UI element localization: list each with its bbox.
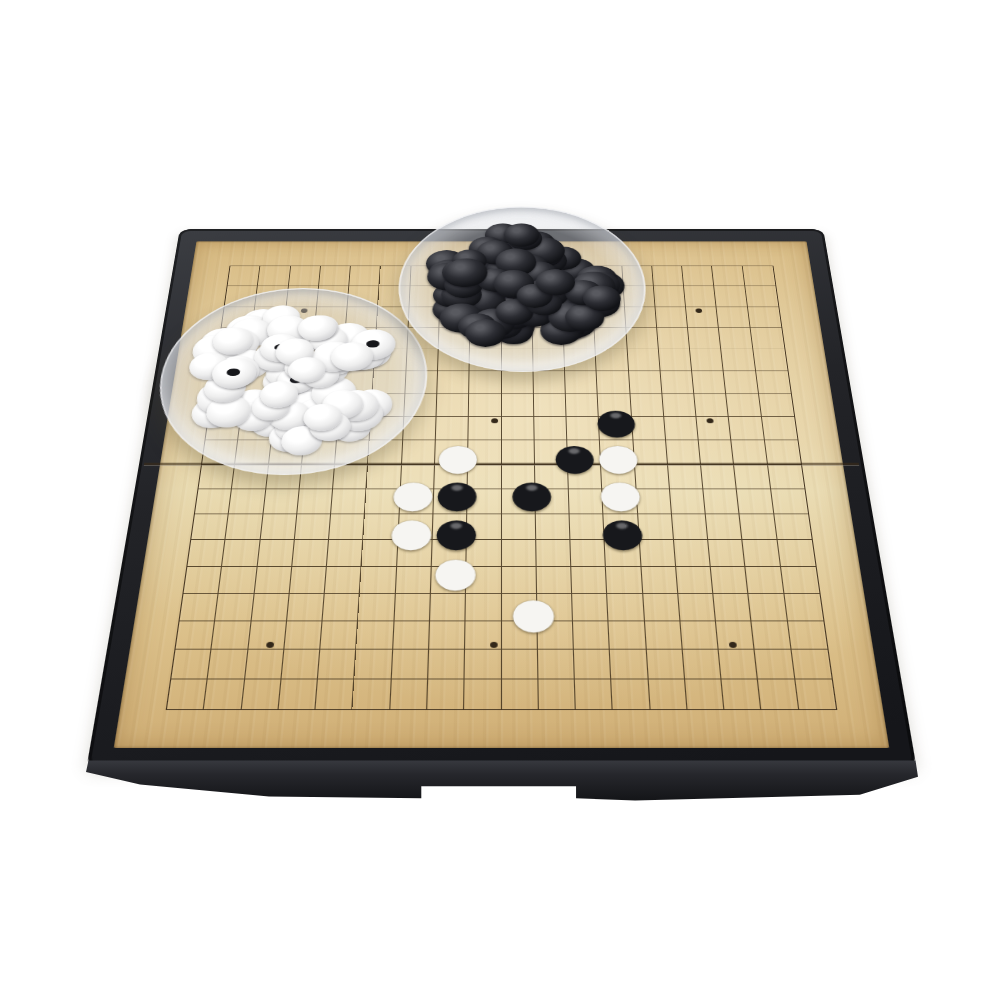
white-stone: ● bbox=[436, 439, 480, 475]
base-front-edge-with-notch bbox=[86, 756, 918, 802]
hoshi-dot bbox=[684, 303, 713, 319]
black-bowl-stone bbox=[465, 319, 506, 347]
white-stone-glyph: ● bbox=[390, 475, 436, 513]
black-stone-glyph: ● bbox=[433, 513, 479, 552]
hoshi-dot bbox=[694, 404, 727, 439]
hoshi-dot bbox=[716, 634, 751, 656]
white-stone-glyph: ● bbox=[510, 592, 557, 634]
black-stone: ● bbox=[599, 513, 646, 552]
black-bowl-stones bbox=[421, 222, 624, 353]
white-bowl-stones bbox=[176, 305, 404, 454]
white-stone-glyph: ● bbox=[595, 439, 641, 475]
black-stone: ● bbox=[509, 475, 554, 513]
black-bowl-stone bbox=[582, 285, 621, 310]
black-bowl-stone bbox=[535, 269, 575, 295]
white-stone-glyph: ● bbox=[432, 552, 479, 592]
black-stone-glyph: ● bbox=[509, 475, 554, 513]
go-board: ●●●●●●●●●●●●● bbox=[86, 229, 916, 768]
white-stone-glyph: ● bbox=[436, 439, 480, 475]
hoshi-dot bbox=[480, 404, 509, 439]
white-stone: ● bbox=[390, 475, 436, 513]
black-stone: ● bbox=[594, 404, 639, 439]
black-stone: ● bbox=[552, 439, 597, 475]
black-stone: ● bbox=[433, 513, 479, 552]
magnet-dot bbox=[226, 369, 240, 376]
white-stone-glyph: ● bbox=[597, 475, 643, 513]
white-stone: ● bbox=[510, 592, 557, 634]
black-stone-glyph: ● bbox=[552, 439, 597, 475]
black-stone-glyph: ● bbox=[599, 513, 646, 552]
white-stone: ● bbox=[432, 552, 479, 592]
product-photo-go-set: ●●●●●●●●●●●●● bbox=[0, 0, 1000, 1000]
black-stone: ● bbox=[435, 475, 480, 513]
black-bowl-stone bbox=[504, 223, 540, 246]
black-stone-glyph: ● bbox=[435, 475, 480, 513]
hoshi-dot bbox=[253, 634, 288, 656]
white-stone: ● bbox=[597, 475, 643, 513]
white-stone: ● bbox=[388, 513, 435, 552]
black-stone-glyph: ● bbox=[594, 404, 639, 439]
black-bowl-stone bbox=[444, 258, 487, 286]
white-stone-glyph: ● bbox=[388, 513, 435, 552]
hoshi-dot bbox=[478, 634, 510, 656]
white-stone: ● bbox=[595, 439, 641, 475]
